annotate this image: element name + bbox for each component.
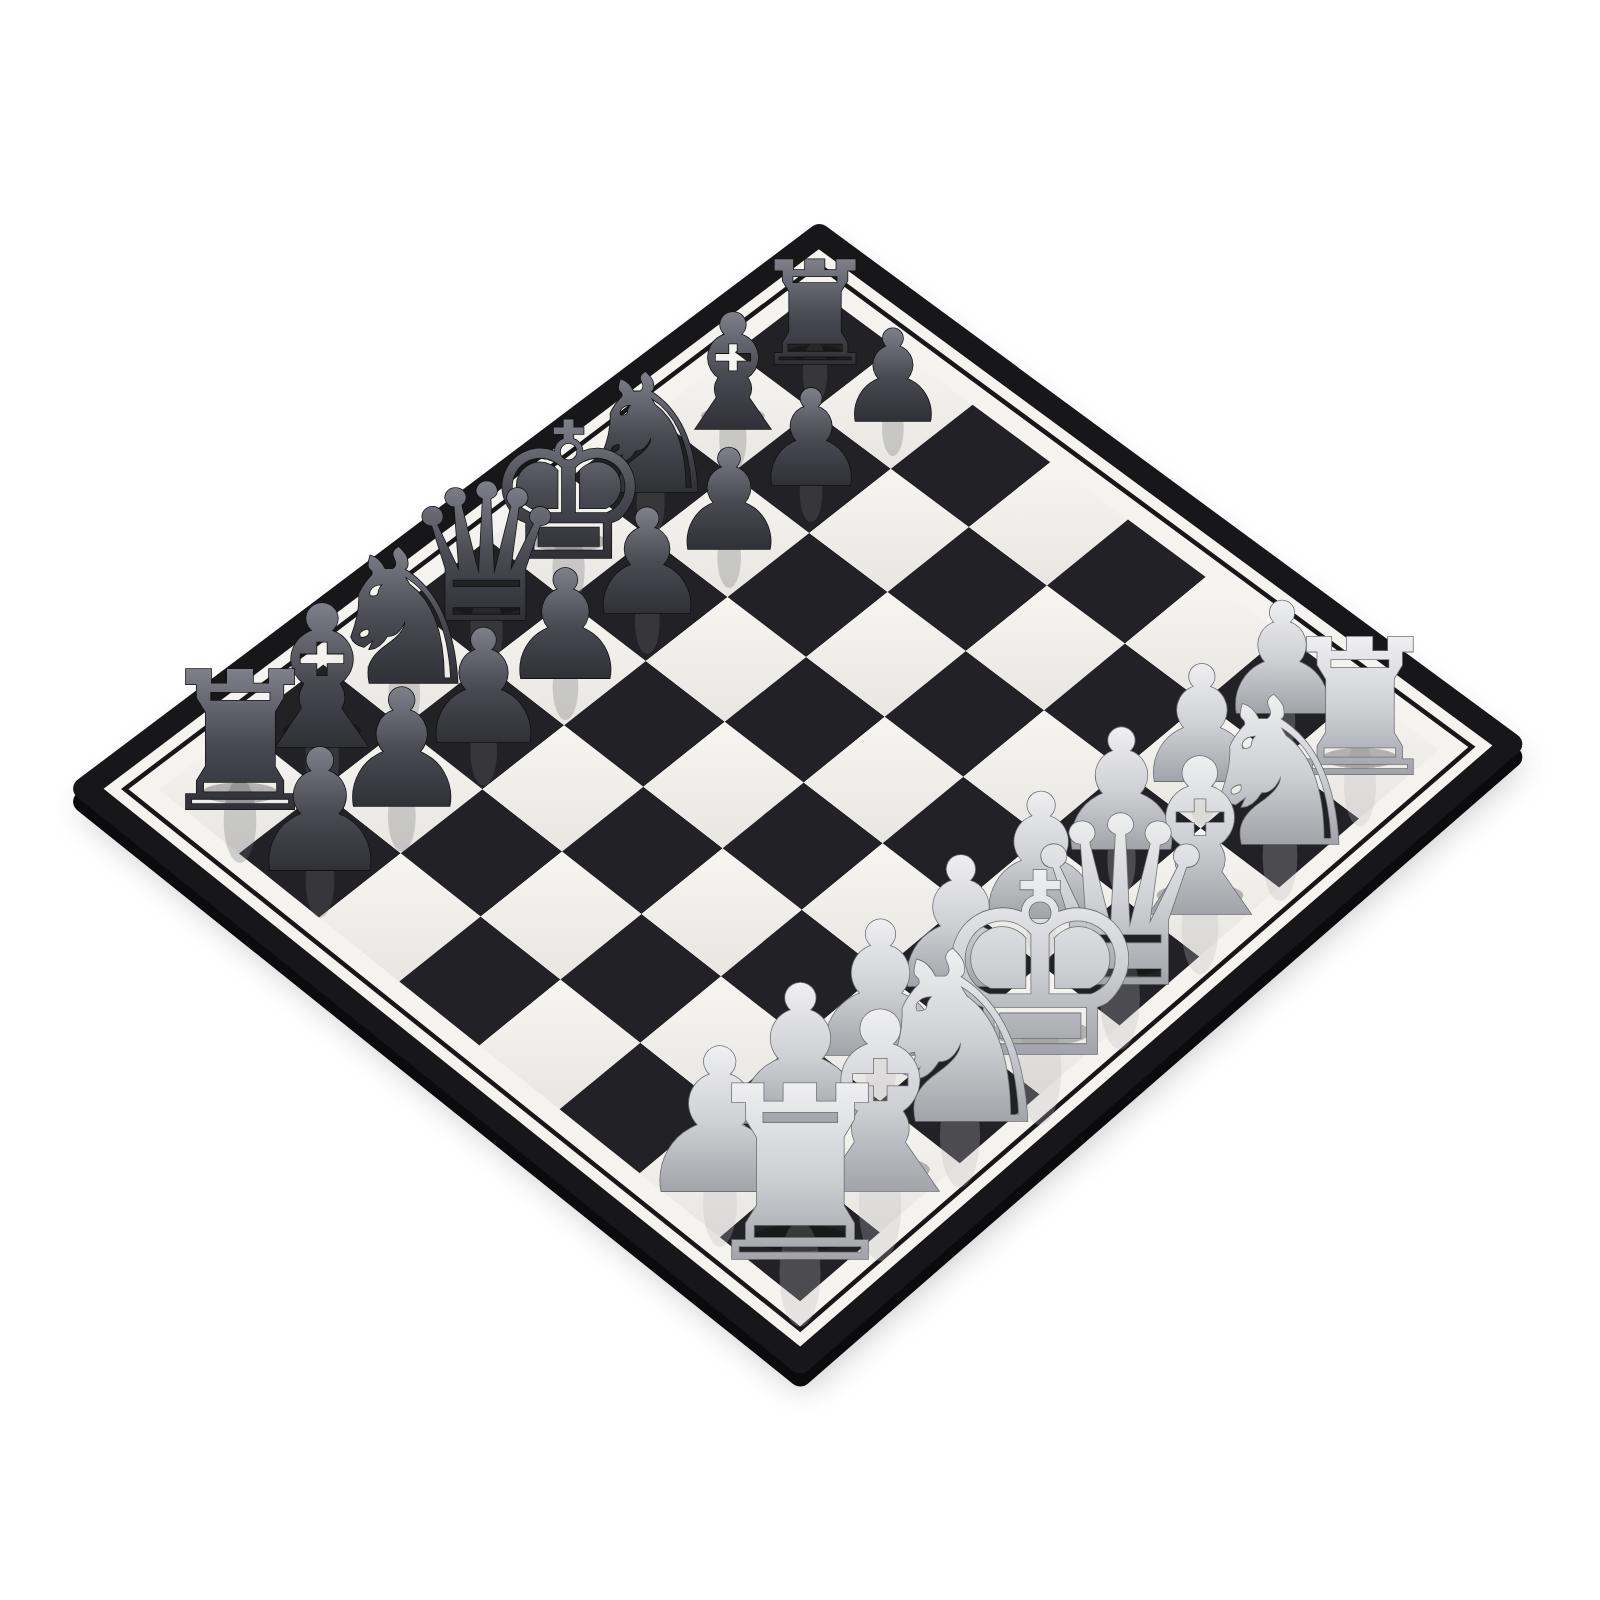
piece-black-pawn-a7: ♟ bbox=[244, 713, 395, 910]
product-photo: ♜♟♝♟♞♟♚♟♛♟♞♟♟♝♜♟♟♜♞♟♟♝♟♛♟♚♟♞♟♝♟♜ bbox=[0, 0, 1600, 1600]
piece-white-rook-a1: ♜ bbox=[692, 1035, 908, 1316]
chess-set-figure: ♜♟♝♟♞♟♚♟♛♟♞♟♟♝♜♟♟♜♞♟♟♝♟♛♟♚♟♞♟♝♟♜ bbox=[0, 0, 1600, 1600]
chess-board: ♜♟♝♟♞♟♚♟♛♟♞♟♟♝♜♟♟♜♞♟♟♝♟♛♟♚♟♞♟♝♟♜ bbox=[0, 0, 1600, 1600]
